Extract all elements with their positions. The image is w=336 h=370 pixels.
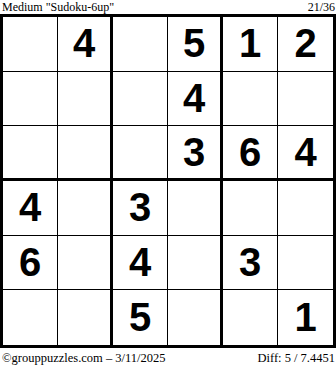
cell-r4c3[interactable]: 3 xyxy=(113,181,168,236)
cell-r5c5[interactable]: 3 xyxy=(223,236,278,291)
cell-r4c4[interactable] xyxy=(168,181,223,236)
cell-r1c6[interactable]: 2 xyxy=(278,17,333,72)
cell-r2c2[interactable] xyxy=(58,72,113,127)
footer: ©grouppuzzles.com – 3/11/2025 Diff: 5 / … xyxy=(2,351,335,366)
cell-r3c2[interactable] xyxy=(58,126,113,181)
cell-r2c5[interactable] xyxy=(223,72,278,127)
cell-r6c3[interactable]: 5 xyxy=(113,290,168,345)
cell-r1c3[interactable] xyxy=(113,17,168,72)
cell-r3c4[interactable]: 3 xyxy=(168,126,223,181)
cell-r5c2[interactable] xyxy=(58,236,113,291)
cell-r2c1[interactable] xyxy=(3,72,58,127)
puzzle-title: Medium "Sudoku-6up" xyxy=(2,0,114,14)
sudoku-board: 451243644364351 xyxy=(0,14,336,348)
credit-text: ©grouppuzzles.com – 3/11/2025 xyxy=(2,351,166,366)
difficulty-text: Diff: 5 / 7.4451 xyxy=(257,351,335,366)
cell-r5c6[interactable] xyxy=(278,236,333,291)
cell-r3c1[interactable] xyxy=(3,126,58,181)
cell-r1c4[interactable]: 5 xyxy=(168,17,223,72)
cell-r4c2[interactable] xyxy=(58,181,113,236)
cell-r3c5[interactable]: 6 xyxy=(223,126,278,181)
cell-r4c5[interactable] xyxy=(223,181,278,236)
cell-r4c1[interactable]: 4 xyxy=(3,181,58,236)
header: Medium "Sudoku-6up" 21/36 xyxy=(2,0,335,14)
cell-r6c6[interactable]: 1 xyxy=(278,290,333,345)
cell-r1c1[interactable] xyxy=(3,17,58,72)
cell-r1c5[interactable]: 1 xyxy=(223,17,278,72)
sudoku-page: Medium "Sudoku-6up" 21/36 45124364436435… xyxy=(0,0,336,370)
cell-r6c1[interactable] xyxy=(3,290,58,345)
cell-r5c3[interactable]: 4 xyxy=(113,236,168,291)
cell-r2c6[interactable] xyxy=(278,72,333,127)
cell-r6c5[interactable] xyxy=(223,290,278,345)
cell-r3c6[interactable]: 4 xyxy=(278,126,333,181)
cell-r2c4[interactable]: 4 xyxy=(168,72,223,127)
progress-counter: 21/36 xyxy=(308,0,335,14)
cell-r2c3[interactable] xyxy=(113,72,168,127)
cell-r3c3[interactable] xyxy=(113,126,168,181)
cell-r6c2[interactable] xyxy=(58,290,113,345)
cell-r4c6[interactable] xyxy=(278,181,333,236)
cell-r5c4[interactable] xyxy=(168,236,223,291)
cell-r1c2[interactable]: 4 xyxy=(58,17,113,72)
cell-r5c1[interactable]: 6 xyxy=(3,236,58,291)
cell-r6c4[interactable] xyxy=(168,290,223,345)
